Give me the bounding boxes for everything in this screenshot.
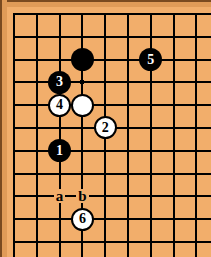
board-intersection xyxy=(162,185,185,208)
board-frame-top-edge xyxy=(0,0,211,7)
board-intersection xyxy=(208,253,211,257)
board-intersection xyxy=(94,48,117,71)
board-intersection xyxy=(117,139,140,162)
board-intersection xyxy=(162,25,185,48)
board-intersection xyxy=(208,48,211,71)
go-board-grid: 123456ab xyxy=(3,3,211,257)
board-intersection xyxy=(185,25,208,48)
board-frame-left-edge xyxy=(0,0,7,257)
board-intersection xyxy=(71,253,94,257)
board-intersection xyxy=(94,94,117,117)
board-intersection xyxy=(117,94,140,117)
board-intersection xyxy=(162,117,185,140)
board-intersection xyxy=(71,117,94,140)
board-intersection xyxy=(117,25,140,48)
board-intersection xyxy=(185,139,208,162)
board-intersection xyxy=(25,94,48,117)
board-intersection xyxy=(185,71,208,94)
board-intersection xyxy=(162,231,185,254)
board-intersection xyxy=(71,139,94,162)
point-label-a: a xyxy=(54,189,66,203)
board-intersection xyxy=(185,231,208,254)
board-intersection xyxy=(185,117,208,140)
board-intersection xyxy=(94,162,117,185)
board-intersection xyxy=(139,185,162,208)
board-intersection xyxy=(185,94,208,117)
board-intersection xyxy=(208,185,211,208)
black-stone xyxy=(71,48,94,71)
board-intersection xyxy=(117,185,140,208)
black-stone-move-3: 3 xyxy=(48,71,71,94)
board-intersection xyxy=(139,71,162,94)
board-intersection xyxy=(185,48,208,71)
board-intersection xyxy=(48,208,71,231)
board-intersection xyxy=(208,162,211,185)
board-intersection xyxy=(94,71,117,94)
board-intersection xyxy=(48,162,71,185)
board-intersection xyxy=(185,208,208,231)
board-intersection xyxy=(25,162,48,185)
board-intersection xyxy=(48,117,71,140)
board-intersection xyxy=(48,48,71,71)
board-intersection xyxy=(139,25,162,48)
board-intersection xyxy=(162,162,185,185)
go-board: 123456ab xyxy=(0,0,211,257)
board-intersection xyxy=(94,253,117,257)
board-intersection xyxy=(117,71,140,94)
board-intersection xyxy=(139,162,162,185)
white-stone xyxy=(71,94,94,117)
board-intersection xyxy=(162,139,185,162)
board-intersection xyxy=(208,208,211,231)
board-intersection xyxy=(94,139,117,162)
board-intersection xyxy=(94,208,117,231)
board-intersection xyxy=(117,162,140,185)
board-intersection xyxy=(117,117,140,140)
board-intersection xyxy=(48,231,71,254)
board-intersection xyxy=(25,25,48,48)
board-intersection xyxy=(48,253,71,257)
board-intersection xyxy=(139,231,162,254)
board-intersection xyxy=(185,162,208,185)
board-intersection xyxy=(208,71,211,94)
board-intersection xyxy=(71,162,94,185)
board-intersection xyxy=(117,208,140,231)
board-intersection xyxy=(208,25,211,48)
board-intersection xyxy=(208,139,211,162)
board-intersection xyxy=(25,48,48,71)
board-intersection xyxy=(117,48,140,71)
board-intersection xyxy=(185,185,208,208)
board-intersection xyxy=(139,253,162,257)
board-intersection xyxy=(25,185,48,208)
board-intersection xyxy=(71,231,94,254)
board-intersection xyxy=(117,231,140,254)
board-intersection xyxy=(25,139,48,162)
board-intersection xyxy=(25,208,48,231)
board-intersection xyxy=(94,25,117,48)
board-intersection xyxy=(25,231,48,254)
hoshi-point-marker xyxy=(80,80,84,84)
board-intersection xyxy=(185,253,208,257)
board-intersection xyxy=(94,231,117,254)
board-intersection xyxy=(71,25,94,48)
board-intersection xyxy=(139,117,162,140)
board-intersection xyxy=(139,139,162,162)
board-intersection xyxy=(25,253,48,257)
board-intersection xyxy=(94,185,117,208)
board-intersection xyxy=(162,253,185,257)
point-label-b: b xyxy=(76,189,88,203)
board-intersection xyxy=(25,117,48,140)
board-intersection xyxy=(139,208,162,231)
board-intersection xyxy=(208,231,211,254)
board-intersection xyxy=(162,48,185,71)
white-stone-move-4: 4 xyxy=(48,94,71,117)
board-intersection xyxy=(208,117,211,140)
board-intersection xyxy=(162,71,185,94)
board-intersection xyxy=(162,208,185,231)
board-intersection xyxy=(162,94,185,117)
board-intersection xyxy=(208,94,211,117)
board-intersection xyxy=(117,253,140,257)
board-intersection xyxy=(25,71,48,94)
board-intersection xyxy=(139,94,162,117)
white-stone-move-6: 6 xyxy=(71,208,94,231)
board-intersection xyxy=(48,25,71,48)
